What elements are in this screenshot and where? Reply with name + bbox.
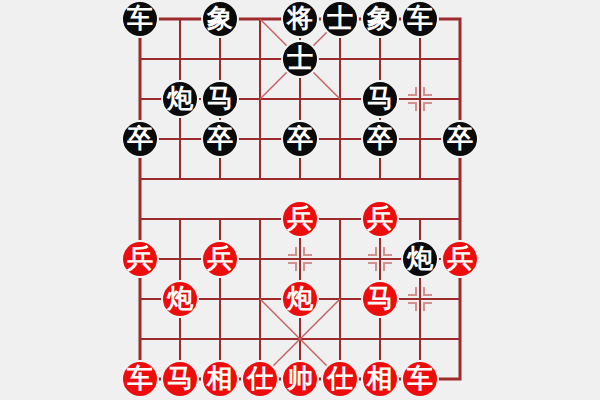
piece-red-elephant[interactable]: 相 [361,360,399,398]
piece-black-elephant[interactable]: 象 [201,0,239,38]
piece-black-advisor[interactable]: 士 [321,0,359,38]
piece-black-chariot[interactable]: 车 [401,0,439,38]
piece-red-horse[interactable]: 马 [161,360,199,398]
piece-black-horse[interactable]: 马 [201,80,239,118]
piece-red-chariot[interactable]: 车 [121,360,159,398]
piece-red-soldier[interactable]: 兵 [441,240,479,278]
piece-black-soldier[interactable]: 卒 [441,120,479,158]
piece-black-soldier[interactable]: 卒 [121,120,159,158]
piece-black-soldier[interactable]: 卒 [281,120,319,158]
piece-red-soldier[interactable]: 兵 [201,240,239,278]
piece-black-soldier[interactable]: 卒 [361,120,399,158]
piece-black-general[interactable]: 将 [281,0,319,38]
piece-red-cannon[interactable]: 炮 [161,280,199,318]
piece-black-advisor[interactable]: 士 [281,40,319,78]
piece-black-horse[interactable]: 马 [361,80,399,118]
app-background: 车象将士象车士炮马马卒卒卒卒卒炮兵兵兵兵兵炮炮马车马相仕帅仕相车 [0,0,600,400]
piece-red-cannon[interactable]: 炮 [281,280,319,318]
piece-red-horse[interactable]: 马 [361,280,399,318]
piece-red-general[interactable]: 帅 [281,360,319,398]
piece-red-elephant[interactable]: 相 [201,360,239,398]
piece-red-advisor[interactable]: 仕 [321,360,359,398]
piece-black-chariot[interactable]: 车 [121,0,159,38]
piece-black-cannon[interactable]: 炮 [161,80,199,118]
pieces-layer: 车象将士象车士炮马马卒卒卒卒卒炮兵兵兵兵兵炮炮马车马相仕帅仕相车 [0,0,600,400]
piece-red-soldier[interactable]: 兵 [281,200,319,238]
piece-red-chariot[interactable]: 车 [401,360,439,398]
piece-red-advisor[interactable]: 仕 [241,360,279,398]
xiangqi-board[interactable]: 车象将士象车士炮马马卒卒卒卒卒炮兵兵兵兵兵炮炮马车马相仕帅仕相车 [0,0,600,400]
piece-red-soldier[interactable]: 兵 [361,200,399,238]
piece-black-elephant[interactable]: 象 [361,0,399,38]
piece-red-soldier[interactable]: 兵 [121,240,159,278]
piece-black-soldier[interactable]: 卒 [201,120,239,158]
piece-black-cannon[interactable]: 炮 [401,240,439,278]
